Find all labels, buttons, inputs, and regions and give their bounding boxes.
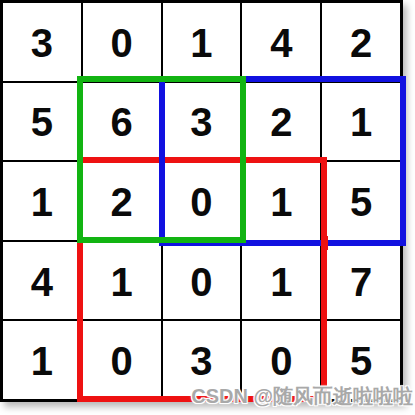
grid-cell-r3c1: 1 xyxy=(2,161,82,241)
number-grid-board: 3014256321120154101710305 xyxy=(0,0,403,402)
grid-cell-r4c1: 4 xyxy=(2,241,82,321)
grid-cell-r5c2: 0 xyxy=(82,320,162,400)
diagram-stage: 3014256321120154101710305 CSDN @随风而逝啦啦啦 xyxy=(0,0,415,415)
grid-cell-r4c2: 1 xyxy=(82,241,162,321)
grid-cell-r5c1: 1 xyxy=(2,320,82,400)
grid-cell-r2c1: 5 xyxy=(2,82,82,162)
grid-cell-r5c3: 3 xyxy=(162,320,242,400)
grid-cell-r3c5: 5 xyxy=(321,161,401,241)
grid-cell-r2c5: 1 xyxy=(321,82,401,162)
grid-cell-r1c5: 2 xyxy=(321,2,401,82)
grid-cell-r1c2: 0 xyxy=(82,2,162,82)
grid-cell-r3c3: 0 xyxy=(162,161,242,241)
grid-cell-r4c5: 7 xyxy=(321,241,401,321)
grid-cell-r1c1: 3 xyxy=(2,2,82,82)
grid-cell-r1c4: 4 xyxy=(241,2,321,82)
grid-cell-r5c4: 0 xyxy=(241,320,321,400)
grid-cell-r4c4: 1 xyxy=(241,241,321,321)
grid-cell-r1c3: 1 xyxy=(162,2,242,82)
grid-cell-r2c4: 2 xyxy=(241,82,321,162)
grid-cell-r5c5: 5 xyxy=(321,320,401,400)
grid-cell-r2c3: 3 xyxy=(162,82,242,162)
grid-cell-r4c3: 0 xyxy=(162,241,242,321)
grid-cell-r3c4: 1 xyxy=(241,161,321,241)
grid-cell-r2c2: 6 xyxy=(82,82,162,162)
grid-cell-r3c2: 2 xyxy=(82,161,162,241)
